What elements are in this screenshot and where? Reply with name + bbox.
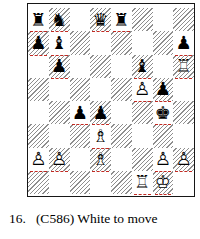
square-g4: ♚ (153, 101, 174, 124)
piece-white-king-g1: ♚♔ (155, 173, 171, 191)
piece-black-pawn-g5: ♟ (155, 80, 171, 98)
square-f2 (132, 148, 153, 171)
square-e5 (111, 78, 132, 101)
square-h8 (173, 8, 194, 31)
print-underline-artifact (30, 171, 47, 172)
square-f8 (132, 8, 153, 31)
square-h7: ♟ (173, 31, 194, 54)
piece-glyph: ♙ (51, 148, 67, 169)
piece-black-king-g4: ♚ (155, 104, 171, 122)
square-a2: ♟♙ (28, 148, 49, 171)
square-c4: ♟ (70, 101, 91, 124)
piece-glyph: ♔ (155, 171, 171, 192)
square-e2 (111, 148, 132, 171)
piece-white-bishop-d2: ♝♗ (93, 150, 109, 168)
print-underline-artifact (134, 194, 151, 195)
piece-black-queen-d8: ♛ (93, 11, 109, 29)
piece-black-rook-e8: ♜ (113, 11, 129, 29)
print-underline-artifact (92, 171, 109, 172)
square-b2: ♟♙ (49, 148, 70, 171)
square-a6 (28, 55, 49, 78)
print-underline-artifact (155, 101, 172, 102)
piece-black-pawn-h7: ♟ (176, 34, 192, 52)
piece-white-pawn-a2: ♟♙ (30, 150, 46, 168)
piece-white-pawn-b2: ♟♙ (51, 150, 67, 168)
square-b5 (49, 78, 70, 101)
square-d3: ♝♗ (90, 124, 111, 147)
square-a1 (28, 171, 49, 194)
piece-black-rook-a8: ♜ (30, 11, 46, 29)
square-d4: ♟ (90, 101, 111, 124)
piece-glyph: ♗ (93, 148, 109, 169)
square-b4 (49, 101, 70, 124)
square-g1: ♚♔ (153, 171, 174, 194)
square-c7 (70, 31, 91, 54)
piece-black-pawn-a7: ♟ (30, 34, 46, 52)
piece-glyph: ♖ (134, 171, 150, 192)
square-h3 (173, 124, 194, 147)
square-c6 (70, 55, 91, 78)
print-underline-artifact (92, 31, 109, 32)
square-c1 (70, 171, 91, 194)
square-a5 (28, 78, 49, 101)
square-g6 (153, 55, 174, 78)
square-f5: ♟♙ (132, 78, 153, 101)
square-g8 (153, 8, 174, 31)
square-b1 (49, 171, 70, 194)
square-e7 (111, 31, 132, 54)
square-d5 (90, 78, 111, 101)
square-e8: ♜ (111, 8, 132, 31)
piece-black-pawn-d4: ♟ (93, 104, 109, 122)
piece-glyph: ♙ (30, 148, 46, 169)
square-d1 (90, 171, 111, 194)
print-underline-artifact (51, 31, 68, 32)
square-e3 (111, 124, 132, 147)
print-underline-artifact (155, 171, 172, 172)
piece-glyph: ♙ (134, 78, 150, 99)
square-g3 (153, 124, 174, 147)
piece-black-pawn-b6: ♟ (51, 57, 67, 75)
square-d7 (90, 31, 111, 54)
square-g2: ♟♙ (153, 148, 174, 171)
square-b3 (49, 124, 70, 147)
piece-black-pawn-c4: ♟ (72, 104, 88, 122)
print-underline-artifact (175, 78, 192, 79)
print-underline-artifact (51, 171, 68, 172)
square-d6 (90, 55, 111, 78)
print-underline-artifact (92, 148, 109, 149)
print-underline-artifact (134, 78, 151, 79)
piece-glyph: ♙ (155, 148, 171, 169)
square-c8 (70, 8, 91, 31)
piece-black-bishop-b7: ♝ (51, 34, 67, 52)
print-underline-artifact (30, 55, 47, 56)
print-underline-artifact (72, 124, 89, 125)
square-h5 (173, 78, 194, 101)
print-underline-artifact (51, 55, 68, 56)
square-a3 (28, 124, 49, 147)
piece-white-pawn-h2: ♟♙ (176, 150, 192, 168)
square-e4 (111, 101, 132, 124)
square-g5: ♟ (153, 78, 174, 101)
square-a7: ♟ (28, 31, 49, 54)
square-f1: ♜♖ (132, 171, 153, 194)
square-c3 (70, 124, 91, 147)
square-e6 (111, 55, 132, 78)
square-f7 (132, 31, 153, 54)
puzzle-number: 16. (9, 211, 26, 226)
print-underline-artifact (51, 78, 68, 79)
square-d8: ♛ (90, 8, 111, 31)
piece-white-rook-f1: ♜♖ (134, 173, 150, 191)
print-underline-artifact (113, 31, 130, 32)
square-h6: ♜♖ (173, 55, 194, 78)
print-underline-artifact (92, 124, 109, 125)
square-b7: ♝ (49, 31, 70, 54)
square-e1 (111, 171, 132, 194)
piece-white-bishop-d3: ♝♗ (93, 127, 109, 145)
square-a4 (28, 101, 49, 124)
square-f4 (132, 101, 153, 124)
print-underline-artifact (175, 171, 192, 172)
caption-text: (C586) White to move (36, 211, 158, 226)
print-underline-artifact (175, 55, 192, 56)
square-a8: ♜ (28, 8, 49, 31)
piece-white-pawn-g2: ♟♙ (155, 150, 171, 168)
square-d2: ♝♗ (90, 148, 111, 171)
chess-board-grid: ♜♞♛♜♟♝♟♟♝♜♖♟♙♟♟♟♚♝♗♟♙♟♙♝♗♟♙♟♙♜♖♚♔ (28, 8, 194, 194)
chess-board: ♜♞♛♜♟♝♟♟♝♜♖♟♙♟♟♟♚♝♗♟♙♟♙♝♗♟♙♟♙♜♖♚♔ (27, 3, 195, 197)
piece-white-pawn-f5: ♟♙ (134, 80, 150, 98)
square-b8: ♞ (49, 8, 70, 31)
square-h2: ♟♙ (173, 148, 194, 171)
piece-glyph: ♙ (176, 148, 192, 169)
square-b6: ♟ (49, 55, 70, 78)
print-underline-artifact (155, 124, 172, 125)
square-f6: ♝ (132, 55, 153, 78)
square-c5 (70, 78, 91, 101)
square-g7 (153, 31, 174, 54)
piece-white-rook-h6: ♜♖ (176, 57, 192, 75)
print-underline-artifact (155, 194, 172, 195)
square-f3 (132, 124, 153, 147)
diagram-caption: 16.(C586) White to move (9, 211, 157, 227)
print-underline-artifact (134, 101, 151, 102)
square-h1 (173, 171, 194, 194)
piece-black-knight-b8: ♞ (51, 11, 67, 29)
print-underline-artifact (30, 31, 47, 32)
piece-glyph: ♖ (176, 55, 192, 76)
square-c2 (70, 148, 91, 171)
square-h4 (173, 101, 194, 124)
piece-glyph: ♗ (93, 125, 109, 146)
piece-black-bishop-f6: ♝ (134, 57, 150, 75)
